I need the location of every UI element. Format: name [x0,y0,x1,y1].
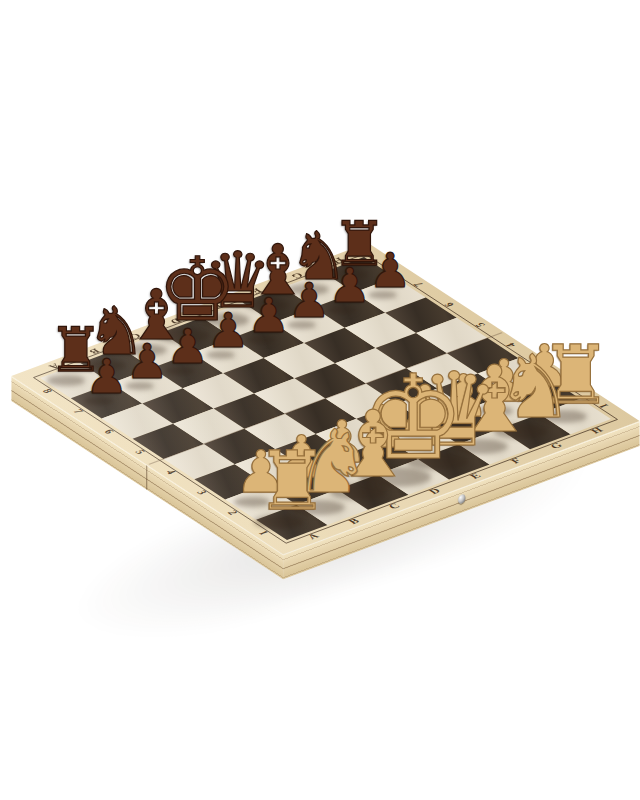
piece-dark-pawn-c7: ♟ [166,319,209,374]
product-photo-scene: 1122334455667788AABBCCDDEEFFGGHH ♜♞♝♚♛♝♞… [0,0,640,800]
piece-dark-pawn-f7: ♟ [288,273,331,328]
piece-white-rook-a1: ♜ [255,434,328,528]
piece-dark-pawn-g7: ♟ [328,258,371,313]
pieces-layer: ♜♞♝♚♛♝♞♜♟♟♟♟♟♟♟♟♟♟♟♟♟♟♟♟♜♞♝♚♛♝♞♜ [0,0,640,800]
piece-dark-pawn-h7: ♟ [369,243,412,298]
piece-dark-pawn-e7: ♟ [247,289,290,344]
piece-dark-pawn-b7: ♟ [126,334,169,389]
piece-dark-pawn-a7: ♟ [85,349,128,404]
piece-dark-pawn-d7: ♟ [207,304,250,359]
